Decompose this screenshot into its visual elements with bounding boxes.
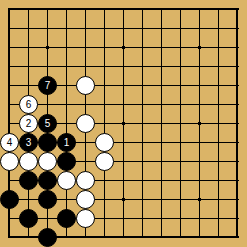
board-point	[171, 38, 190, 57]
grid-line-v	[180, 209, 181, 228]
board-point	[228, 133, 247, 152]
board-point	[209, 0, 228, 19]
board-point	[57, 0, 76, 19]
board-point	[228, 76, 247, 95]
board-point	[19, 190, 38, 209]
board-point	[0, 0, 19, 19]
grid-line-h	[9, 85, 19, 86]
board-point	[38, 95, 57, 114]
board-point	[152, 57, 171, 76]
grid-line-v	[180, 19, 181, 38]
grid-line-v	[199, 209, 200, 228]
grid-line-v	[218, 209, 219, 228]
board-point	[38, 133, 57, 152]
white-stone	[57, 171, 76, 190]
board-point	[57, 228, 76, 247]
board-point	[190, 190, 209, 209]
grid-line-v	[236, 133, 238, 152]
black-stone-move-3: 3	[19, 133, 38, 152]
board-point	[171, 0, 190, 19]
board-point	[171, 171, 190, 190]
black-stone	[19, 171, 38, 190]
grid-line-v	[104, 19, 105, 38]
grid-line-v	[142, 190, 143, 209]
grid-line-v	[161, 133, 162, 152]
grid-line-v	[142, 19, 143, 38]
board-point	[95, 152, 114, 171]
grid-line-v	[236, 57, 238, 76]
board-point	[190, 152, 209, 171]
hoshi-point-icon	[122, 122, 125, 125]
black-stone	[19, 209, 38, 228]
board-point	[190, 95, 209, 114]
grid-line-v	[85, 57, 86, 76]
grid-line-v	[28, 190, 29, 209]
board-point	[209, 76, 228, 95]
board-point	[76, 76, 95, 95]
board-point	[95, 209, 114, 228]
grid-line-v	[28, 19, 29, 38]
grid-line-v	[123, 133, 124, 152]
board-point	[19, 19, 38, 38]
grid-line-v	[8, 76, 10, 95]
grid-line-v	[123, 209, 124, 228]
grid-line-h	[9, 180, 19, 181]
board-point	[171, 209, 190, 228]
board-point	[209, 95, 228, 114]
grid-line-v	[236, 95, 238, 114]
board-point	[114, 209, 133, 228]
board-point	[133, 152, 152, 171]
board-point	[95, 57, 114, 76]
board-point	[209, 57, 228, 76]
board-point	[19, 152, 38, 171]
grid-line-v	[123, 19, 124, 38]
board-point	[57, 171, 76, 190]
grid-line-v	[47, 209, 48, 228]
white-stone	[76, 171, 95, 190]
grid-line-v	[123, 228, 124, 238]
board-point	[0, 76, 19, 95]
grid-line-v	[161, 8, 162, 19]
grid-line-v	[199, 57, 200, 76]
board-point	[228, 152, 247, 171]
white-stone	[0, 152, 19, 171]
board-point	[190, 114, 209, 133]
black-stone-move-1: 1	[57, 133, 76, 152]
grid-line-v	[142, 38, 143, 57]
board-point	[190, 171, 209, 190]
board-point: 1	[57, 133, 76, 152]
board-point	[209, 190, 228, 209]
grid-line-v	[161, 38, 162, 57]
board-point	[19, 209, 38, 228]
board-point	[171, 133, 190, 152]
board-point	[133, 133, 152, 152]
grid-line-v	[236, 228, 238, 238]
grid-line-v	[142, 171, 143, 190]
grid-line-v	[8, 114, 10, 133]
board-point	[95, 0, 114, 19]
grid-line-v	[199, 133, 200, 152]
board-point	[57, 38, 76, 57]
grid-line-v	[180, 57, 181, 76]
board-point	[57, 95, 76, 114]
board-point	[190, 133, 209, 152]
board-point	[114, 19, 133, 38]
board-point	[76, 57, 95, 76]
grid-line-v	[28, 57, 29, 76]
board-point	[57, 152, 76, 171]
grid-line-v	[28, 76, 29, 95]
board-point	[209, 152, 228, 171]
board-point	[95, 133, 114, 152]
board-point	[228, 95, 247, 114]
grid-line-v	[123, 171, 124, 190]
grid-line-v	[66, 228, 67, 238]
board-point	[171, 95, 190, 114]
grid-line-v	[123, 76, 124, 95]
black-stone-move-7: 7	[38, 76, 57, 95]
board-point	[0, 57, 19, 76]
grid-line-v	[66, 76, 67, 95]
hoshi-point-icon	[198, 46, 201, 49]
grid-line-v	[180, 114, 181, 133]
white-stone	[95, 152, 114, 171]
grid-line-v	[8, 57, 10, 76]
grid-line-v	[180, 8, 181, 19]
grid-line-v	[180, 95, 181, 114]
board-point: 7	[38, 76, 57, 95]
board-point	[0, 19, 19, 38]
white-stone	[76, 76, 95, 95]
grid-line-v	[180, 190, 181, 209]
grid-line-v	[104, 114, 105, 133]
board-point	[133, 114, 152, 133]
board-point	[0, 95, 19, 114]
board-point	[190, 76, 209, 95]
grid-line-v	[218, 76, 219, 95]
grid-line-v	[180, 228, 181, 238]
board-point	[95, 95, 114, 114]
grid-line-v	[218, 190, 219, 209]
board-point	[152, 38, 171, 57]
grid-line-h	[9, 66, 19, 67]
board-point	[171, 57, 190, 76]
board-point	[38, 152, 57, 171]
grid-line-v	[85, 95, 86, 114]
grid-line-v	[104, 76, 105, 95]
grid-line-v	[161, 171, 162, 190]
grid-line-v	[199, 171, 200, 190]
grid-line-v	[236, 38, 238, 57]
grid-line-v	[123, 152, 124, 171]
grid-line-v	[161, 114, 162, 133]
hoshi-point-icon	[198, 198, 201, 201]
grid-line-v	[218, 171, 219, 190]
grid-line-v	[66, 114, 67, 133]
white-stone	[76, 209, 95, 228]
grid-line-v	[85, 38, 86, 57]
grid-line-v	[199, 228, 200, 238]
board-point	[209, 133, 228, 152]
board-point	[19, 171, 38, 190]
grid-line-v	[218, 95, 219, 114]
grid-line-v	[28, 8, 29, 19]
grid-line-v	[142, 209, 143, 228]
board-point	[76, 190, 95, 209]
grid-line-v	[199, 95, 200, 114]
board-point: 6	[19, 95, 38, 114]
board-point	[38, 0, 57, 19]
board-point	[228, 209, 247, 228]
grid-line-v	[199, 152, 200, 171]
grid-line-h	[9, 8, 19, 10]
board-point	[95, 171, 114, 190]
board-point	[171, 228, 190, 247]
grid-line-v	[47, 57, 48, 76]
board-point	[19, 0, 38, 19]
board-point	[57, 76, 76, 95]
board-point	[0, 38, 19, 57]
grid-line-v	[142, 76, 143, 95]
board-point	[133, 38, 152, 57]
board-point	[38, 57, 57, 76]
grid-line-v	[28, 38, 29, 57]
grid-line-v	[199, 76, 200, 95]
grid-line-v	[236, 19, 238, 38]
board-point	[152, 114, 171, 133]
board-point	[95, 190, 114, 209]
board-point	[209, 171, 228, 190]
grid-line-v	[180, 152, 181, 171]
white-stone-move-4: 4	[0, 133, 19, 152]
board-point	[133, 228, 152, 247]
grid-line-v	[8, 171, 10, 190]
grid-line-v	[66, 19, 67, 38]
board-point	[228, 228, 247, 247]
grid-line-v	[104, 209, 105, 228]
white-stone	[38, 152, 57, 171]
grid-line-v	[218, 19, 219, 38]
black-stone	[57, 152, 76, 171]
board-point	[76, 19, 95, 38]
board-point	[0, 171, 19, 190]
board-point	[76, 228, 95, 247]
grid-line-v	[66, 38, 67, 57]
grid-line-v	[8, 38, 10, 57]
board-point	[38, 228, 57, 247]
board-point	[95, 228, 114, 247]
board-point	[209, 38, 228, 57]
grid-line-h	[9, 28, 19, 29]
grid-line-v	[199, 19, 200, 38]
grid-line-v	[142, 133, 143, 152]
grid-line-v	[236, 114, 238, 133]
grid-line-v	[123, 95, 124, 114]
grid-line-v	[199, 8, 200, 19]
grid-line-v	[104, 190, 105, 209]
hoshi-point-icon	[122, 198, 125, 201]
grid-line-v	[8, 95, 10, 114]
grid-line-v	[8, 8, 10, 19]
grid-line-v	[85, 8, 86, 19]
board-point	[95, 76, 114, 95]
grid-line-v	[104, 57, 105, 76]
grid-line-v	[28, 228, 29, 238]
grid-line-v	[236, 76, 238, 95]
board-point	[0, 228, 19, 247]
grid-line-v	[104, 171, 105, 190]
grid-line-v	[104, 8, 105, 19]
black-stone	[38, 190, 57, 209]
board-point	[228, 0, 247, 19]
board-point	[133, 95, 152, 114]
board-point	[114, 171, 133, 190]
white-stone	[76, 114, 95, 133]
grid-line-v	[104, 95, 105, 114]
board-point	[19, 228, 38, 247]
board-point	[38, 38, 57, 57]
board-point	[228, 38, 247, 57]
grid-line-v	[218, 152, 219, 171]
board-point	[133, 19, 152, 38]
grid-line-v	[47, 95, 48, 114]
grid-line-v	[218, 57, 219, 76]
board-point	[152, 0, 171, 19]
go-board: 7625431	[0, 0, 247, 247]
hoshi-point-icon	[46, 46, 49, 49]
grid-line-v	[85, 152, 86, 171]
board-point	[152, 133, 171, 152]
board-point	[19, 38, 38, 57]
board-point	[0, 152, 19, 171]
board-point	[171, 190, 190, 209]
grid-line-v	[123, 57, 124, 76]
board-point	[190, 19, 209, 38]
grid-line-v	[66, 190, 67, 209]
board-point	[171, 152, 190, 171]
grid-line-v	[218, 133, 219, 152]
board-point	[228, 57, 247, 76]
board-point	[95, 38, 114, 57]
board-point	[114, 114, 133, 133]
grid-line-v	[236, 171, 238, 190]
board-point	[228, 171, 247, 190]
grid-line-v	[47, 8, 48, 19]
white-stone-move-2: 2	[19, 114, 38, 133]
grid-line-v	[161, 76, 162, 95]
board-point: 3	[19, 133, 38, 152]
board-point	[190, 38, 209, 57]
grid-line-v	[142, 95, 143, 114]
grid-line-h	[9, 47, 19, 48]
grid-line-v	[142, 8, 143, 19]
hoshi-point-icon	[198, 122, 201, 125]
grid-line-v	[66, 8, 67, 19]
grid-line-v	[142, 57, 143, 76]
grid-line-v	[161, 228, 162, 238]
board-point	[76, 171, 95, 190]
board-point	[38, 209, 57, 228]
board-point	[133, 57, 152, 76]
board-point: 4	[0, 133, 19, 152]
board-point	[57, 19, 76, 38]
board-point	[190, 0, 209, 19]
board-point	[209, 228, 228, 247]
board-point	[171, 114, 190, 133]
board-point	[76, 38, 95, 57]
board-point	[171, 19, 190, 38]
board-point	[171, 76, 190, 95]
board-point	[114, 95, 133, 114]
black-stone	[0, 190, 19, 209]
board-point	[114, 133, 133, 152]
board-point	[209, 209, 228, 228]
grid-line-v	[85, 228, 86, 238]
grid-line-v	[161, 152, 162, 171]
grid-line-v	[161, 95, 162, 114]
board-point	[152, 76, 171, 95]
grid-line-v	[180, 171, 181, 190]
board-point	[57, 209, 76, 228]
white-stone	[76, 190, 95, 209]
board-point	[152, 171, 171, 190]
grid-line-v	[142, 114, 143, 133]
board-point	[133, 171, 152, 190]
board-point	[152, 190, 171, 209]
grid-line-v	[180, 38, 181, 57]
board-point	[76, 152, 95, 171]
board-point	[38, 190, 57, 209]
board-point	[152, 95, 171, 114]
grid-line-v	[236, 152, 238, 171]
board-point	[0, 114, 19, 133]
grid-line-v	[104, 38, 105, 57]
board-point	[114, 190, 133, 209]
grid-line-h	[9, 104, 19, 105]
board-point	[76, 95, 95, 114]
board-point	[190, 228, 209, 247]
board-point	[114, 76, 133, 95]
board-point	[133, 190, 152, 209]
black-stone	[57, 209, 76, 228]
grid-line-v	[236, 209, 238, 228]
grid-line-v	[85, 19, 86, 38]
black-stone	[38, 133, 57, 152]
board-point	[57, 114, 76, 133]
board-point	[228, 190, 247, 209]
board-point	[114, 57, 133, 76]
grid-line-v	[180, 76, 181, 95]
board-point	[76, 209, 95, 228]
board-point	[19, 57, 38, 76]
board-point	[19, 76, 38, 95]
grid-line-v	[236, 8, 238, 19]
board-point	[209, 114, 228, 133]
grid-line-v	[85, 133, 86, 152]
board-point	[133, 0, 152, 19]
board-point	[190, 57, 209, 76]
board-point	[228, 19, 247, 38]
grid-line-v	[161, 209, 162, 228]
board-point	[114, 38, 133, 57]
board-point	[95, 19, 114, 38]
board-point	[38, 19, 57, 38]
board-point	[57, 57, 76, 76]
grid-line-v	[66, 95, 67, 114]
board-point	[152, 228, 171, 247]
